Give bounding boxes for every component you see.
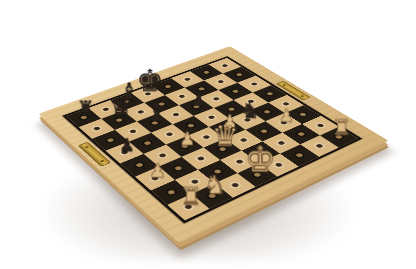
piece-black-pawn-e6[interactable]: ♟ <box>191 92 206 108</box>
piece-black-bishop-c6[interactable]: ♝ <box>146 101 167 125</box>
piece-white-knight-b1[interactable]: ♞ <box>204 173 226 198</box>
piece-white-pawn-c4[interactable]: ♟ <box>179 130 195 148</box>
chessboard-3d-wrapper: ♜♝♚♛♝♟♟♟♟♞♟♛♟♜♞♚♜ <box>84 2 334 252</box>
piece-white-rook-h1[interactable]: ♜ <box>332 117 351 138</box>
piece-white-pawn-a3[interactable]: ♟ <box>149 162 166 181</box>
piece-white-rook-a1[interactable]: ♜ <box>180 185 202 209</box>
board-grid: ♜♝♚♛♝♟♟♟♟♞♟♛♟♜♞♚♜ <box>62 56 362 223</box>
piece-black-queen-b7[interactable]: ♛ <box>109 94 134 122</box>
product-photo: ♜♝♚♛♝♟♟♟♟♞♟♛♟♜♞♚♜ <box>0 0 416 269</box>
piece-black-king-d8[interactable]: ♚ <box>136 65 163 95</box>
piece-white-pawn-g3[interactable]: ♟ <box>279 107 294 124</box>
piece-black-rook-a8[interactable]: ♜ <box>76 98 95 119</box>
piece-white-king-d1[interactable]: ♚ <box>244 142 275 177</box>
piece-black-pawn-a5[interactable]: ♟ <box>119 136 135 154</box>
piece-white-queen-d3[interactable]: ♛ <box>212 122 238 151</box>
piece-black-knight-f4[interactable]: ♞ <box>240 100 260 122</box>
